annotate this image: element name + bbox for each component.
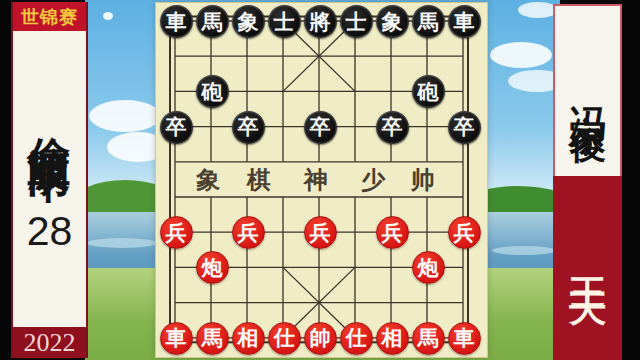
piece-red-elephant[interactable]: 相 xyxy=(376,322,409,355)
piece-black-soldier[interactable]: 卒 xyxy=(232,111,265,144)
black-player-name: 冯家俊 xyxy=(569,75,606,108)
river-watermark-char: 棋 xyxy=(247,164,271,196)
piece-black-soldier[interactable]: 卒 xyxy=(160,111,193,144)
piece-black-cannon[interactable]: 砲 xyxy=(196,75,229,108)
title-panel: 偷渡阴平 28 xyxy=(13,31,86,327)
xiangqi-board[interactable]: 車馬象士將士象馬車砲砲卒卒卒卒卒兵兵兵兵兵炮炮車馬相仕帥仕相馬車 象棋神少帅 xyxy=(155,2,488,358)
water-highlight xyxy=(492,246,556,255)
piece-black-rook[interactable]: 車 xyxy=(160,5,193,38)
piece-red-rook[interactable]: 車 xyxy=(448,322,481,355)
piece-black-horse[interactable]: 馬 xyxy=(196,5,229,38)
piece-red-elephant[interactable]: 相 xyxy=(232,322,265,355)
red-player-name: 王天一 xyxy=(569,249,606,288)
piece-red-soldier[interactable]: 兵 xyxy=(448,216,481,249)
piece-black-soldier[interactable]: 卒 xyxy=(304,111,337,144)
piece-black-rook[interactable]: 車 xyxy=(448,5,481,38)
piece-red-horse[interactable]: 馬 xyxy=(412,322,445,355)
river-watermark-char: 少 xyxy=(361,164,385,196)
piece-red-soldier[interactable]: 兵 xyxy=(376,216,409,249)
piece-black-soldier[interactable]: 卒 xyxy=(448,111,481,144)
right-black-bar xyxy=(622,0,640,360)
right-banner-panel: 冯家俊 王天一 xyxy=(553,4,622,360)
piece-red-soldier[interactable]: 兵 xyxy=(232,216,265,249)
piece-black-elephant[interactable]: 象 xyxy=(376,5,409,38)
piece-red-rook[interactable]: 車 xyxy=(160,322,193,355)
cloud xyxy=(490,42,552,68)
water-highlight xyxy=(87,238,157,248)
episode-number: 28 xyxy=(27,208,73,255)
piece-red-advisor[interactable]: 仕 xyxy=(340,322,373,355)
piece-red-advisor[interactable]: 仕 xyxy=(268,322,301,355)
year-badge: 2022 xyxy=(13,327,86,358)
piece-red-soldier[interactable]: 兵 xyxy=(160,216,193,249)
thumbnail-stage: 世锦赛 偷渡阴平 28 2022 車馬象士將士象馬車砲砲卒卒卒卒卒兵兵兵兵兵炮炮… xyxy=(0,0,640,360)
cloud xyxy=(103,12,113,20)
left-black-bar xyxy=(0,0,11,360)
river-watermark-char: 象 xyxy=(196,164,220,196)
piece-red-horse[interactable]: 馬 xyxy=(196,322,229,355)
river-watermark-char: 神 xyxy=(304,164,328,196)
piece-black-soldier[interactable]: 卒 xyxy=(376,111,409,144)
event-badge: 世锦赛 xyxy=(13,2,86,31)
piece-black-general[interactable]: 將 xyxy=(304,5,337,38)
piece-red-general[interactable]: 帥 xyxy=(304,322,337,355)
piece-red-cannon[interactable]: 炮 xyxy=(412,251,445,284)
black-player-panel: 冯家俊 xyxy=(553,4,622,176)
piece-black-advisor[interactable]: 士 xyxy=(268,5,301,38)
cloud xyxy=(89,100,161,132)
piece-black-horse[interactable]: 馬 xyxy=(412,5,445,38)
piece-red-cannon[interactable]: 炮 xyxy=(196,251,229,284)
river-watermark-char: 帅 xyxy=(411,164,435,196)
video-title-vertical: 偷渡阴平 xyxy=(28,103,71,139)
piece-black-cannon[interactable]: 砲 xyxy=(412,75,445,108)
left-banner-panel: 世锦赛 偷渡阴平 28 2022 xyxy=(11,2,88,358)
red-player-panel: 王天一 xyxy=(553,176,622,360)
cloud xyxy=(518,2,558,18)
piece-red-soldier[interactable]: 兵 xyxy=(304,216,337,249)
piece-black-elephant[interactable]: 象 xyxy=(232,5,265,38)
piece-black-advisor[interactable]: 士 xyxy=(340,5,373,38)
